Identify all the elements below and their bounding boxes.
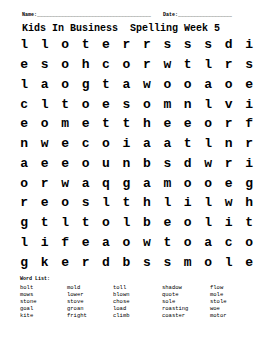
grid-cell-r11c2[interactable]: i [34,233,54,253]
grid-cell-r2c9[interactable]: t [178,55,198,75]
page-title: Kids In Business Spelling Week 5 [22,23,220,34]
grid-cell-r10c8[interactable]: e [157,213,177,233]
grid-cell-r4c5[interactable]: e [96,94,116,114]
grid-cell-r2c5[interactable]: c [96,55,116,75]
word-item: roasting [162,305,188,312]
worksheet-page: Name:___________________________________… [0,0,270,350]
grid-cell-r9c9[interactable]: i [178,193,198,213]
grid-cell-r8c2[interactable]: r [34,173,54,193]
grid-cell-r12c5[interactable]: d [96,252,116,272]
grid-cell-r10c2[interactable]: t [34,213,54,233]
grid-cell-r1c11[interactable]: d [218,35,238,55]
grid-cell-r11c10[interactable]: a [198,233,218,253]
grid-cell-r9c2[interactable]: e [34,193,54,213]
grid-cell-r1c4[interactable]: t [75,35,95,55]
grid-cell-r2c2[interactable]: s [34,55,54,75]
grid-cell-r10c1[interactable]: g [14,213,34,233]
grid-cell-r4c6[interactable]: s [116,94,136,114]
name-fill-in-line: Name:___________________________________… [22,12,151,18]
grid-cell-r7c5[interactable]: u [96,154,116,174]
grid-cell-r12c12[interactable]: e [239,252,259,272]
grid-cell-r2c7[interactable]: r [137,55,157,75]
grid-cell-r1c2[interactable]: l [34,35,54,55]
word-list-label: Word List: [20,276,50,282]
grid-cell-r2c6[interactable]: o [116,55,136,75]
grid-cell-r4c12[interactable]: i [239,94,259,114]
grid-cell-r9c7[interactable]: h [137,193,157,213]
grid-cell-r3c2[interactable]: a [34,75,54,95]
grid-cell-r5c3[interactable]: m [55,114,75,134]
grid-cell-r5c12[interactable]: f [239,114,259,134]
grid-cell-r8c12[interactable]: g [239,173,259,193]
grid-cell-r9c3[interactable]: o [55,193,75,213]
grid-cell-r2c12[interactable]: s [239,55,259,75]
grid-cell-r10c6[interactable]: l [116,213,136,233]
word-item: blown [113,291,130,298]
grid-cell-r6c2[interactable]: w [34,134,54,154]
grid-cell-r12c1[interactable]: g [14,252,34,272]
grid-cell-r3c1[interactable]: l [14,75,34,95]
word-item: woe [210,305,227,312]
grid-cell-r5c4[interactable]: e [75,114,95,134]
grid-cell-r11c9[interactable]: o [178,233,198,253]
grid-cell-r11c8[interactable]: t [157,233,177,253]
grid-cell-r1c1[interactable]: l [14,35,34,55]
word-item: kite [20,312,37,319]
grid-cell-r4c7[interactable]: o [137,94,157,114]
grid-cell-r6c3[interactable]: e [55,134,75,154]
grid-cell-r9c1[interactable]: r [14,193,34,213]
grid-cell-r1c8[interactable]: s [157,35,177,55]
grid-cell-r8c4[interactable]: a [75,173,95,193]
grid-cell-r8c7[interactable]: a [137,173,157,193]
word-item: mold [67,284,87,291]
grid-cell-r3c3[interactable]: o [55,75,75,95]
grid-cell-r4c1[interactable]: c [14,94,34,114]
grid-cell-r3c4[interactable]: g [75,75,95,95]
grid-cell-r4c4[interactable]: o [75,94,95,114]
grid-cell-r12c7[interactable]: s [137,252,157,272]
grid-cell-r6c6[interactable]: i [116,134,136,154]
word-list-columns: boltmowsstonegoalkitemoldlowerstovegroan… [20,284,260,324]
word-item: bolt [20,284,37,291]
grid-cell-r6c11[interactable]: n [218,134,238,154]
grid-cell-r11c1[interactable]: l [14,233,34,253]
grid-cell-r3c7[interactable]: w [137,75,157,95]
grid-cell-r7c4[interactable]: o [75,154,95,174]
grid-cell-r5c5[interactable]: t [96,114,116,134]
grid-cell-r12c11[interactable]: l [218,252,238,272]
grid-cell-r3c12[interactable]: e [239,75,259,95]
grid-cell-r7c7[interactable]: b [137,154,157,174]
word-item: chose [113,298,130,305]
grid-cell-r2c3[interactable]: o [55,55,75,75]
grid-cell-r6c4[interactable]: c [75,134,95,154]
grid-cell-r1c3[interactable]: o [55,35,75,55]
word-item: stole [210,298,227,305]
grid-cell-r12c3[interactable]: e [55,252,75,272]
grid-cell-r4c9[interactable]: n [178,94,198,114]
grid-cell-r9c5[interactable]: l [96,193,116,213]
grid-cell-r6c12[interactable]: r [239,134,259,154]
grid-cell-r5c6[interactable]: t [116,114,136,134]
word-item: goal [20,305,37,312]
grid-cell-r9c10[interactable]: l [198,193,218,213]
grid-cell-r5c7[interactable]: h [137,114,157,134]
grid-cell-r7c8[interactable]: s [157,154,177,174]
grid-cell-r11c4[interactable]: e [75,233,95,253]
word-item: load [113,305,130,312]
grid-cell-r7c12[interactable]: i [239,154,259,174]
grid-cell-r3c10[interactable]: a [198,75,218,95]
grid-cell-r8c3[interactable]: w [55,173,75,193]
grid-cell-r7c9[interactable]: d [178,154,198,174]
grid-cell-r9c8[interactable]: l [157,193,177,213]
grid-cell-r11c3[interactable]: f [55,233,75,253]
grid-cell-r8c8[interactable]: m [157,173,177,193]
word-item: quote [162,291,188,298]
grid-cell-r1c7[interactable]: r [137,35,157,55]
grid-cell-r6c7[interactable]: a [137,134,157,154]
grid-cell-r12c8[interactable]: s [157,252,177,272]
grid-cell-r2c11[interactable]: r [218,55,238,75]
grid-cell-r12c9[interactable]: m [178,252,198,272]
word-item: stove [67,298,87,305]
grid-cell-r1c10[interactable]: s [198,35,218,55]
grid-cell-r5c11[interactable]: r [218,114,238,134]
grid-cell-r11c11[interactable]: c [218,233,238,253]
grid-cell-r12c10[interactable]: o [198,252,218,272]
grid-cell-r2c10[interactable]: l [198,55,218,75]
grid-cell-r7c6[interactable]: n [116,154,136,174]
grid-cell-r6c10[interactable]: l [198,134,218,154]
grid-cell-r1c6[interactable]: r [116,35,136,55]
grid-cell-r10c12[interactable]: t [239,213,259,233]
grid-cell-r11c6[interactable]: o [116,233,136,253]
word-list-column-3: tollblownchoseloadclimb [113,284,130,319]
grid-cell-r2c4[interactable]: h [75,55,95,75]
word-item: toll [113,284,130,291]
letter-grid: lloterrsssdiesohcorwtlrslaogtawooaoeclto… [14,35,259,272]
grid-cell-r10c9[interactable]: o [178,213,198,233]
grid-cell-r12c6[interactable]: b [116,252,136,272]
grid-cell-r10c7[interactable]: b [137,213,157,233]
word-list-column-5: flowmolestolewoemotor [210,284,227,319]
grid-cell-r7c3[interactable]: e [55,154,75,174]
grid-cell-r11c5[interactable]: a [96,233,116,253]
grid-cell-r4c8[interactable]: m [157,94,177,114]
grid-cell-r9c12[interactable]: h [239,193,259,213]
grid-cell-r6c8[interactable]: a [157,134,177,154]
grid-cell-r10c4[interactable]: t [75,213,95,233]
word-item: sole [162,298,188,305]
grid-cell-r3c5[interactable]: t [96,75,116,95]
word-item: climb [113,312,130,319]
grid-cell-r1c5[interactable]: e [96,35,116,55]
grid-cell-r9c4[interactable]: s [75,193,95,213]
grid-cell-r10c5[interactable]: o [96,213,116,233]
grid-cell-r5c8[interactable]: e [157,114,177,134]
grid-cell-r10c3[interactable]: l [55,213,75,233]
word-list-column-4: shadowquotesoleroastingcoaster [162,284,188,319]
grid-cell-r8c11[interactable]: e [218,173,238,193]
grid-cell-r7c11[interactable]: r [218,154,238,174]
grid-cell-r4c2[interactable]: l [34,94,54,114]
date-fill-in-line: Date:__________________ [163,12,232,18]
grid-cell-r10c11[interactable]: i [218,213,238,233]
word-item: stone [20,298,37,305]
grid-cell-r4c11[interactable]: v [218,94,238,114]
grid-cell-r8c1[interactable]: o [14,173,34,193]
grid-cell-r12c2[interactable]: k [34,252,54,272]
word-item: mole [210,291,227,298]
grid-cell-r11c12[interactable]: o [239,233,259,253]
grid-cell-r11c7[interactable]: w [137,233,157,253]
grid-cell-r6c5[interactable]: o [96,134,116,154]
word-list-column-2: moldlowerstovegroanfright [67,284,87,319]
grid-cell-r7c10[interactable]: w [198,154,218,174]
grid-cell-r3c8[interactable]: o [157,75,177,95]
word-item: shadow [162,284,188,291]
grid-cell-r3c9[interactable]: o [178,75,198,95]
grid-cell-r4c10[interactable]: l [198,94,218,114]
grid-cell-r8c10[interactable]: o [198,173,218,193]
grid-cell-r7c2[interactable]: e [34,154,54,174]
grid-cell-r3c6[interactable]: a [116,75,136,95]
grid-cell-r5c1[interactable]: e [14,114,34,134]
grid-cell-r8c9[interactable]: o [178,173,198,193]
grid-cell-r6c9[interactable]: t [178,134,198,154]
grid-cell-r1c12[interactable]: i [239,35,259,55]
grid-cell-r10c10[interactable]: l [198,213,218,233]
word-item: lower [67,291,87,298]
grid-cell-r5c9[interactable]: e [178,114,198,134]
grid-cell-r4c3[interactable]: t [55,94,75,114]
grid-cell-r12c4[interactable]: r [75,252,95,272]
grid-cell-r1c9[interactable]: s [178,35,198,55]
grid-cell-r5c10[interactable]: o [198,114,218,134]
grid-cell-r7c1[interactable]: a [14,154,34,174]
grid-cell-r2c8[interactable]: w [157,55,177,75]
word-list-column-1: boltmowsstonegoalkite [20,284,37,319]
word-item: mows [20,291,37,298]
grid-cell-r6c1[interactable]: n [14,134,34,154]
grid-cell-r8c6[interactable]: g [116,173,136,193]
word-item: flow [210,284,227,291]
grid-cell-r2c1[interactable]: e [14,55,34,75]
word-item: fright [67,312,87,319]
word-item: coaster [162,312,188,319]
grid-cell-r3c11[interactable]: o [218,75,238,95]
grid-cell-r9c11[interactable]: w [218,193,238,213]
grid-cell-r5c2[interactable]: o [34,114,54,134]
word-item: groan [67,305,87,312]
word-item: motor [210,312,227,319]
grid-cell-r9c6[interactable]: t [116,193,136,213]
grid-cell-r8c5[interactable]: q [96,173,116,193]
